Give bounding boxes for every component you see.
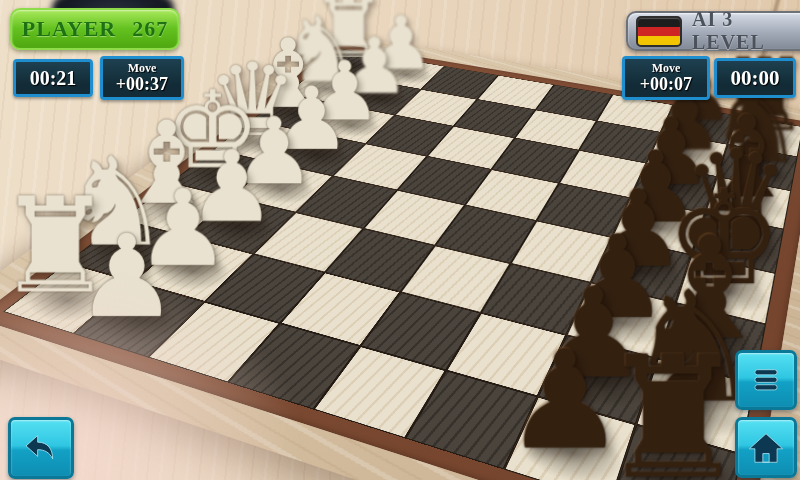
german-flag-icon [636,16,682,47]
hamburger-menu-icon [747,361,785,399]
player-move-timer: Move +00:37 [100,56,184,100]
piece-white-pawn[interactable]: ♟ [54,222,200,330]
square-h8[interactable]: ♜ [610,424,741,480]
player-label: PLAYER [22,16,116,42]
ai-level-button[interactable]: AI 3 LEVEL [626,11,800,51]
ai-move-increment: +00:07 [640,75,692,94]
home-button[interactable] [735,417,797,478]
player-clock: 00:21 [13,59,93,97]
player-button[interactable]: PLAYER 267 [10,8,180,50]
chess-app-screen: ♜♟♟♜♞♟♟♞♝♟♟♝♛♟♟♛♚♟♟♚♝♟♟♝♞♟♟♞♜♟♟♜ PLAYER … [0,0,800,480]
board-grid: ♜♟♟♜♞♟♟♞♝♟♟♝♛♟♟♛♚♟♟♚♝♟♟♝♞♟♟♞♜♟♟♜ [3,49,800,480]
ai-clock-value: 00:00 [731,66,780,91]
player-clock-value: 00:21 [30,67,77,90]
player-move-increment: +00:37 [116,75,168,94]
back-arrow-icon [21,428,61,468]
ai-level-label: AI 3 LEVEL [692,8,800,54]
player-score: 267 [132,16,168,42]
ai-move-timer: Move +00:07 [622,56,710,100]
home-icon [747,429,785,467]
ai-clock: 00:00 [714,58,796,98]
menu-button[interactable] [735,350,797,410]
back-button[interactable] [8,417,74,479]
chess-board: ♜♟♟♜♞♟♟♞♝♟♟♝♛♟♟♛♚♟♟♚♝♟♟♝♞♟♟♞♜♟♟♜ [3,49,800,480]
